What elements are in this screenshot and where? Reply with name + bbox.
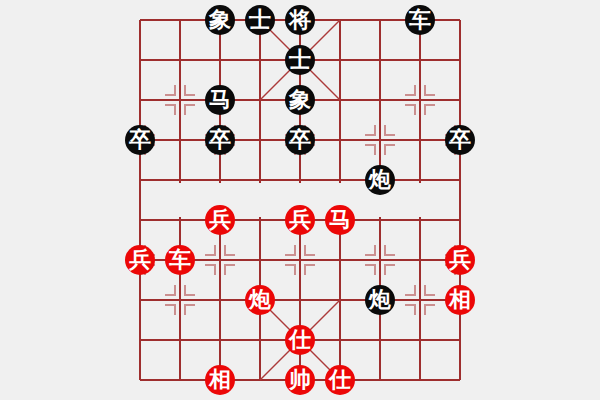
piece-black-soldier[interactable]: 卒 (285, 125, 315, 155)
piece-black-chariot[interactable]: 车 (405, 5, 435, 35)
piece-red-soldier[interactable]: 兵 (205, 205, 235, 235)
piece-black-elephant[interactable]: 象 (205, 5, 235, 35)
piece-black-cannon[interactable]: 炮 (365, 285, 395, 315)
piece-red-general[interactable]: 帅 (285, 365, 315, 395)
piece-black-general[interactable]: 将 (285, 5, 315, 35)
piece-black-cannon[interactable]: 炮 (365, 165, 395, 195)
piece-black-soldier[interactable]: 卒 (125, 125, 155, 155)
xiangqi-board: 象士将车士马象卒卒卒卒炮兵兵马兵车兵炮炮相仕相帅仕 (0, 0, 600, 400)
piece-red-advisor[interactable]: 仕 (285, 325, 315, 355)
piece-black-advisor[interactable]: 士 (245, 5, 275, 35)
piece-red-elephant[interactable]: 相 (205, 365, 235, 395)
piece-red-horse[interactable]: 马 (325, 205, 355, 235)
piece-black-elephant[interactable]: 象 (285, 85, 315, 115)
piece-red-advisor[interactable]: 仕 (325, 365, 355, 395)
piece-black-soldier[interactable]: 卒 (445, 125, 475, 155)
piece-red-soldier[interactable]: 兵 (125, 245, 155, 275)
piece-red-soldier[interactable]: 兵 (445, 245, 475, 275)
piece-red-soldier[interactable]: 兵 (285, 205, 315, 235)
piece-black-soldier[interactable]: 卒 (205, 125, 235, 155)
piece-red-cannon[interactable]: 炮 (245, 285, 275, 315)
piece-black-advisor[interactable]: 士 (285, 45, 315, 75)
piece-black-horse[interactable]: 马 (205, 85, 235, 115)
pieces-layer: 象士将车士马象卒卒卒卒炮兵兵马兵车兵炮炮相仕相帅仕 (0, 0, 600, 400)
piece-red-chariot[interactable]: 车 (165, 245, 195, 275)
piece-red-elephant[interactable]: 相 (445, 285, 475, 315)
